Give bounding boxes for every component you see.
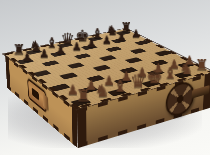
piece-white-queen-d1[interactable]: ♛ <box>129 73 146 90</box>
piece-black-pawn-a7[interactable]: ♟ <box>22 52 33 63</box>
chess-travel-box: ♜♞♝♛♚♝♞♜♟♟♟♟♟♟♟♟♟♟♟♟♟♟♟♟♜♞♝♛♚♝♞♜ <box>5 29 210 109</box>
piece-white-bishop-f1[interactable]: ♝ <box>164 67 178 81</box>
piece-white-bishop-c1[interactable]: ♝ <box>113 80 128 95</box>
clasp-latch <box>27 77 47 113</box>
piece-black-pawn-g7[interactable]: ♟ <box>116 32 126 42</box>
piece-black-pawn-h7[interactable]: ♟ <box>131 29 141 39</box>
piece-black-pawn-e7[interactable]: ♟ <box>87 38 97 48</box>
piece-black-pawn-f7[interactable]: ♟ <box>102 35 112 45</box>
piece-black-pawn-d7[interactable]: ♟ <box>71 42 81 52</box>
piece-white-knight-b1[interactable]: ♞ <box>95 84 110 99</box>
piece-black-pawn-c7[interactable]: ♟ <box>55 45 65 55</box>
crank-axle <box>192 85 210 99</box>
crank-wheel-icon <box>165 79 195 120</box>
piece-black-pawn-b7[interactable]: ♟ <box>39 48 50 59</box>
piece-white-rook-h1[interactable]: ♜ <box>195 59 209 73</box>
piece-white-rook-a1[interactable]: ♜ <box>76 89 92 105</box>
piece-white-knight-g1[interactable]: ♞ <box>179 63 193 77</box>
latch-slot <box>32 87 40 101</box>
photo-backdrop: ♜♞♝♛♚♝♞♜♟♟♟♟♟♟♟♟♟♟♟♟♟♟♟♟♜♞♝♛♚♝♞♜ <box>0 0 210 155</box>
latch-peg <box>43 93 48 111</box>
piece-white-king-e1[interactable]: ♚ <box>146 69 163 86</box>
